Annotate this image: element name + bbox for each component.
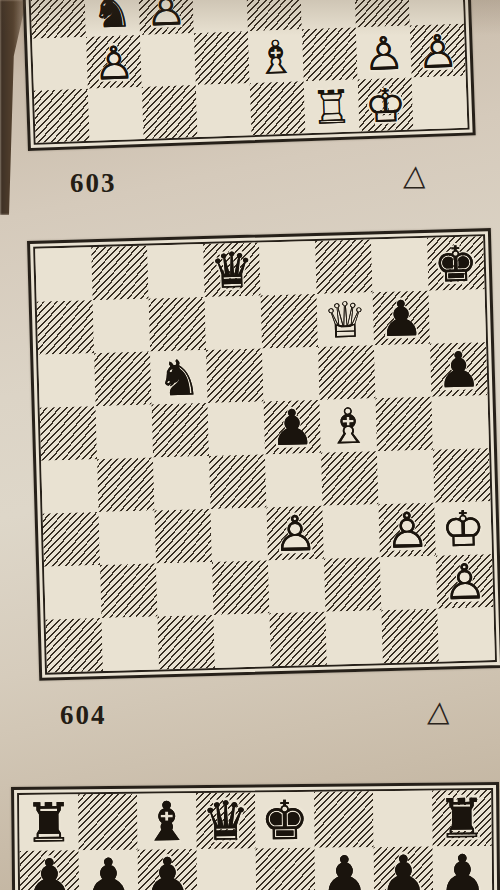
square-603-c3: ♟♙	[138, 0, 194, 35]
square-604-e4	[265, 453, 322, 508]
piece-black-pawn-a7: ♟♟	[20, 850, 80, 890]
square-604-a8	[35, 247, 92, 302]
square-603-f3	[300, 0, 356, 29]
square-605-f7: ♟♟	[315, 847, 375, 890]
square-604-f1	[325, 610, 382, 665]
book-page-photo: ♜♜♜♖♞♞♟♙♟♙♝♗♟♙♟♙♜♖♚♔ 603 △ ♛♛♚♚♛♕♟♟♞♞♟♟♟…	[0, 0, 500, 890]
piece-glyph: ♛	[201, 795, 250, 850]
square-604-e8	[259, 241, 316, 296]
piece-glyph: ♟	[25, 852, 74, 890]
square-604-h2: ♟♙	[436, 554, 493, 609]
square-603-g2: ♟♙	[356, 26, 412, 80]
square-604-g7: ♟♟	[373, 291, 430, 346]
piece-black-queen-d8: ♛♛	[203, 243, 260, 298]
square-604-a1	[46, 618, 103, 673]
square-603-c2	[140, 33, 196, 87]
square-604-d5	[208, 401, 265, 456]
square-605-g7: ♟♟	[374, 847, 434, 890]
square-604-e7	[261, 294, 318, 349]
piece-glyph: ♙	[362, 30, 405, 77]
square-605-a7: ♟♟	[20, 850, 80, 890]
square-603-d1	[196, 83, 252, 137]
square-604-e5: ♟♟	[264, 400, 321, 455]
piece-white-pawn-c3: ♟♙	[138, 0, 194, 35]
square-604-e1	[269, 612, 326, 667]
square-604-b7	[93, 299, 150, 354]
square-603-d2	[194, 31, 250, 85]
piece-glyph: ♕	[323, 296, 368, 346]
square-604-f8	[315, 239, 372, 294]
square-604-b8	[91, 246, 148, 301]
square-603-b1	[88, 87, 144, 141]
piece-black-pawn-g7: ♟♟	[373, 291, 430, 346]
chessboard-604: ♛♛♚♚♛♕♟♟♞♞♟♟♟♟♝♗♟♙♟♙♚♔♟♙	[27, 228, 500, 681]
piece-black-pawn-b7: ♟♟	[79, 850, 139, 890]
square-603-e2: ♝♗	[248, 29, 304, 83]
board-grid-603: ♜♜♜♖♞♞♟♙♟♙♝♗♟♙♟♙♜♖♚♔	[19, 0, 469, 145]
piece-glyph: ♙	[93, 39, 136, 86]
chessboard-603: ♜♜♜♖♞♞♟♙♟♙♝♗♟♙♟♙♜♖♚♔	[13, 0, 476, 151]
square-604-b5	[96, 405, 153, 460]
piece-black-pawn-c7: ♟♟	[138, 849, 198, 890]
piece-glyph: ♟	[436, 345, 481, 395]
square-604-c3	[155, 509, 212, 564]
square-604-f6	[318, 345, 375, 400]
piece-black-pawn-f7: ♟♟	[315, 847, 375, 890]
piece-glyph: ♙	[145, 0, 188, 33]
piece-glyph: ♟	[438, 848, 487, 890]
square-604-g3: ♟♙	[378, 503, 435, 558]
chessboard-605: ♜♜♝♝♛♛♚♚♜♜♟♟♟♟♟♟♟♟♟♟♟♟	[11, 782, 500, 890]
square-604-b6	[94, 352, 151, 407]
square-603-a1	[34, 89, 90, 143]
square-604-f4	[321, 451, 378, 506]
piece-white-rook-f1: ♜♖	[304, 79, 360, 133]
square-604-a4	[41, 459, 98, 514]
square-604-h6: ♟♟	[430, 342, 487, 397]
square-604-c2	[156, 562, 213, 617]
square-604-h7	[429, 289, 486, 344]
square-604-b1	[102, 617, 159, 672]
piece-glyph: ♟	[320, 849, 369, 890]
piece-white-bishop-f5: ♝♗	[320, 398, 377, 453]
square-604-f7: ♛♕	[317, 292, 374, 347]
piece-white-pawn-g3: ♟♙	[378, 503, 435, 558]
square-605-d7	[197, 848, 257, 890]
diagram-number-604: 604	[60, 700, 107, 730]
piece-white-pawn-h2: ♟♙	[410, 24, 466, 78]
piece-white-pawn-b2: ♟♙	[86, 35, 142, 89]
square-604-g5	[376, 397, 433, 452]
square-604-f2	[324, 557, 381, 612]
piece-white-pawn-e3: ♟♙	[267, 506, 324, 561]
piece-glyph: ♖	[310, 84, 353, 131]
square-604-a5	[40, 406, 97, 461]
piece-black-pawn-h6: ♟♟	[430, 342, 487, 397]
piece-glyph: ♛	[209, 246, 254, 296]
square-604-d8: ♛♛	[203, 243, 260, 298]
caption-604: 604	[60, 700, 107, 731]
square-604-h5	[432, 395, 489, 450]
square-605-e8: ♚♚	[255, 792, 315, 849]
piece-glyph: ♚	[260, 794, 309, 849]
piece-white-king-g1: ♚♔	[358, 78, 414, 132]
square-604-c6: ♞♞	[150, 350, 207, 405]
piece-glyph: ♙	[416, 28, 459, 75]
square-604-a7	[37, 300, 94, 355]
square-604-a3	[43, 512, 100, 567]
square-605-c7: ♟♟	[138, 849, 198, 890]
square-604-d1	[214, 613, 271, 668]
square-604-c5	[152, 403, 209, 458]
square-603-f1: ♜♖	[304, 79, 360, 133]
square-605-b7: ♟♟	[79, 850, 139, 890]
square-604-g2	[380, 556, 437, 611]
square-604-b4	[97, 458, 154, 513]
board-grid-604: ♛♛♚♚♛♕♟♟♞♞♟♟♟♟♝♗♟♙♟♙♚♔♟♙	[33, 234, 497, 674]
piece-black-pawn-h7: ♟♟	[433, 846, 493, 890]
square-603-d3	[192, 0, 248, 33]
white-to-move-triangle-icon-603: △	[403, 158, 428, 192]
square-604-e6	[262, 347, 319, 402]
piece-glyph: ♟	[270, 403, 315, 453]
piece-black-pawn-e5: ♟♟	[264, 400, 321, 455]
piece-black-queen-d8: ♛♛	[196, 792, 256, 849]
piece-glyph: ♗	[326, 402, 371, 452]
piece-white-queen-f7: ♛♕	[317, 292, 374, 347]
piece-glyph: ♟	[143, 851, 192, 890]
piece-black-king-e8: ♚♚	[255, 792, 315, 849]
square-604-c7	[149, 297, 206, 352]
square-604-d4	[209, 454, 266, 509]
square-605-d8: ♛♛	[196, 792, 256, 849]
piece-glyph: ♔	[441, 504, 486, 554]
square-604-c8	[147, 244, 204, 299]
square-604-g1	[381, 609, 438, 664]
white-to-move-triangle-icon-604: △	[427, 694, 452, 728]
square-605-e7	[256, 848, 316, 890]
square-605-h7: ♟♟	[433, 846, 493, 890]
board-grid-605: ♜♜♝♝♛♛♚♚♜♜♟♟♟♟♟♟♟♟♟♟♟♟	[17, 788, 498, 890]
square-604-h4	[433, 448, 490, 503]
piece-glyph: ♙	[442, 557, 487, 607]
square-604-h3: ♚♔	[434, 501, 491, 556]
square-604-d3	[211, 507, 268, 562]
square-604-c1	[158, 615, 215, 670]
square-603-h2: ♟♙	[410, 24, 466, 78]
square-604-d7	[205, 295, 262, 350]
square-604-g8	[371, 238, 428, 293]
piece-glyph: ♙	[385, 506, 430, 556]
square-604-c4	[153, 456, 210, 511]
square-604-a6	[38, 353, 95, 408]
piece-white-pawn-h2: ♟♙	[436, 554, 493, 609]
piece-glyph: ♞	[156, 353, 201, 403]
piece-glyph: ♟	[379, 849, 428, 890]
square-603-a3	[30, 0, 86, 39]
square-604-b2	[100, 564, 157, 619]
square-603-e1	[250, 81, 306, 135]
square-604-g4	[377, 450, 434, 505]
piece-glyph: ♞	[91, 0, 134, 35]
square-603-h1	[412, 76, 468, 130]
square-604-d2	[212, 560, 269, 615]
diagram-number-603: 603	[70, 168, 117, 198]
piece-white-king-h3: ♚♔	[434, 501, 491, 556]
square-603-a2	[32, 37, 88, 91]
piece-black-knight-c6: ♞♞	[150, 350, 207, 405]
square-604-e3: ♟♙	[267, 506, 324, 561]
square-604-a2	[44, 565, 101, 620]
square-604-g6	[374, 344, 431, 399]
caption-603: 603	[70, 168, 117, 199]
piece-glyph: ♔	[364, 82, 407, 129]
square-604-h1	[437, 607, 494, 662]
piece-white-pawn-g2: ♟♙	[356, 26, 412, 80]
square-604-e2	[268, 559, 325, 614]
piece-glyph: ♙	[273, 509, 318, 559]
piece-black-pawn-g7: ♟♟	[374, 847, 434, 890]
square-604-f3	[323, 504, 380, 559]
square-603-b2: ♟♙	[86, 35, 142, 89]
piece-glyph: ♚	[433, 239, 478, 289]
piece-black-king-h8: ♚♚	[427, 236, 484, 291]
piece-glyph: ♗	[254, 34, 297, 81]
square-604-f5: ♝♗	[320, 398, 377, 453]
square-603-f2	[302, 27, 358, 81]
piece-white-bishop-e2: ♝♗	[248, 29, 304, 83]
square-604-b3	[99, 511, 156, 566]
square-604-d6	[206, 348, 263, 403]
square-604-h8: ♚♚	[427, 236, 484, 291]
piece-glyph: ♟	[379, 294, 424, 344]
square-603-g1: ♚♔	[358, 78, 414, 132]
piece-glyph: ♟	[84, 852, 133, 890]
square-603-c1	[142, 85, 198, 139]
